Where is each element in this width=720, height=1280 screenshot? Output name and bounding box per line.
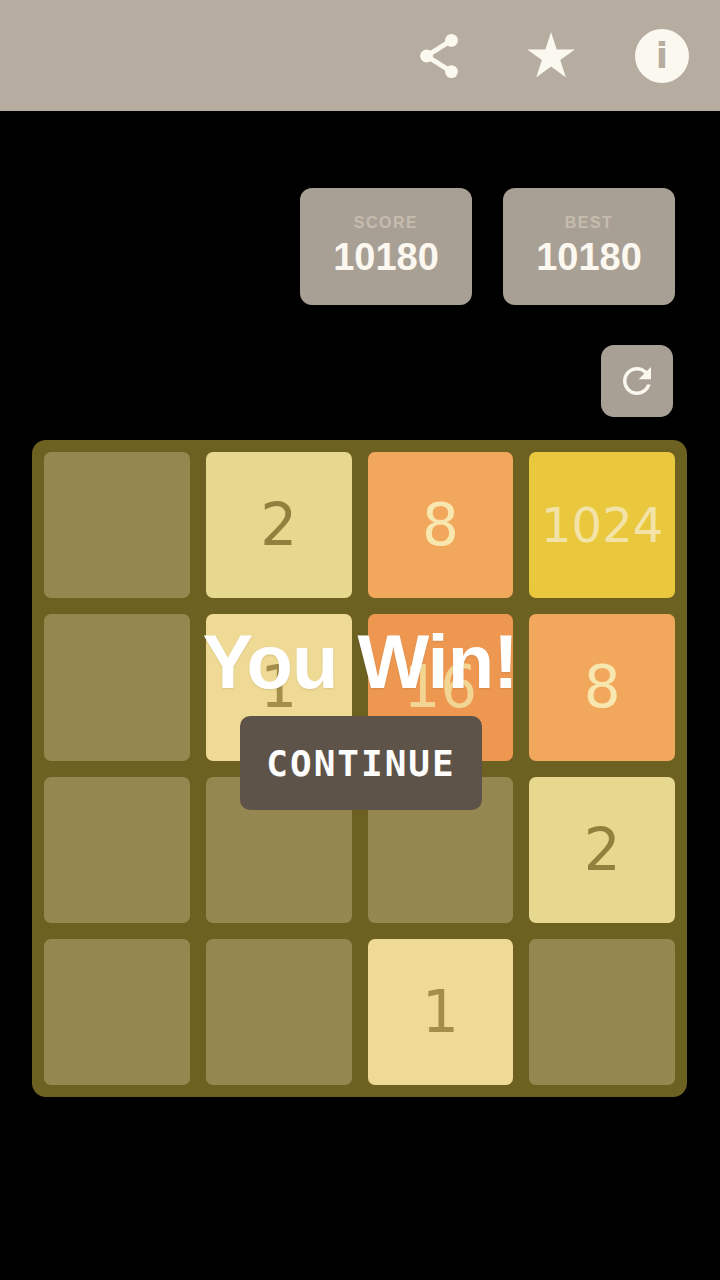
share-icon [414, 29, 464, 83]
best-label: BEST [565, 214, 614, 232]
info-icon: i [635, 29, 689, 83]
share-button[interactable] [409, 0, 469, 111]
favorite-button[interactable]: ★ [519, 0, 583, 111]
best-box: BEST 10180 [503, 188, 675, 305]
tile-2: 2 [529, 777, 675, 923]
empty-cell [44, 777, 190, 923]
score-value: 10180 [333, 236, 439, 279]
tile-1: 1 [368, 939, 514, 1085]
continue-button[interactable]: CONTINUE [240, 716, 482, 810]
app-header: ★ i [0, 0, 720, 111]
star-icon: ★ [523, 25, 579, 87]
win-message: You Win! [0, 624, 720, 700]
best-value: 10180 [536, 236, 642, 279]
info-button[interactable]: i [630, 0, 694, 111]
empty-cell [44, 939, 190, 1085]
empty-cell [44, 452, 190, 598]
empty-cell [529, 939, 675, 1085]
restart-button[interactable] [601, 345, 673, 417]
tile-2: 2 [206, 452, 352, 598]
refresh-icon [616, 360, 658, 402]
score-box: SCORE 10180 [300, 188, 472, 305]
empty-cell [206, 939, 352, 1085]
score-label: SCORE [354, 214, 418, 232]
tile-1024: 1024 [529, 452, 675, 598]
tile-8: 8 [368, 452, 514, 598]
